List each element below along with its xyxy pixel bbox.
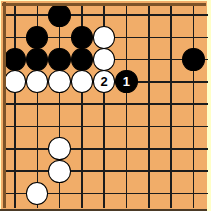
board-point xyxy=(26,48,48,70)
white-stone xyxy=(26,70,48,93)
white-stone xyxy=(4,70,26,93)
white-stone xyxy=(48,70,70,93)
board-point xyxy=(26,26,48,48)
bottom-border-strip xyxy=(0,209,207,211)
board-point xyxy=(182,48,204,70)
board-point xyxy=(93,48,115,70)
board-point xyxy=(4,71,26,93)
white-stone xyxy=(93,26,115,49)
board-point xyxy=(48,138,70,160)
board-point xyxy=(48,71,70,93)
board-point xyxy=(48,4,70,26)
board-point: 2 xyxy=(93,71,115,93)
board-point xyxy=(71,26,93,48)
board-point: 1 xyxy=(115,71,137,93)
board-point xyxy=(48,48,70,70)
board-edge-left xyxy=(3,2,6,208)
board-point xyxy=(26,182,48,204)
board-edge-top xyxy=(2,3,206,6)
black-stone xyxy=(48,48,70,71)
board-intersections: 21 xyxy=(4,4,205,205)
go-board: 21 xyxy=(1,1,207,209)
board-point xyxy=(71,48,93,70)
black-stone xyxy=(26,48,48,71)
board-point xyxy=(48,160,70,182)
board-point xyxy=(26,71,48,93)
black-stone xyxy=(26,26,48,49)
board-point xyxy=(71,71,93,93)
black-stone xyxy=(71,48,93,71)
white-stone xyxy=(48,137,70,160)
black-stone xyxy=(182,48,204,71)
page-background: 21 xyxy=(0,0,211,211)
white-stone-move-2: 2 xyxy=(93,70,115,93)
black-stone xyxy=(48,4,70,27)
white-stone xyxy=(71,70,93,93)
black-stone xyxy=(4,48,26,71)
white-stone xyxy=(48,160,70,183)
white-stone xyxy=(93,48,115,71)
black-stone xyxy=(71,26,93,49)
white-stone xyxy=(26,182,48,205)
board-point xyxy=(93,26,115,48)
board-point xyxy=(4,48,26,70)
black-stone-move-1: 1 xyxy=(115,70,137,93)
